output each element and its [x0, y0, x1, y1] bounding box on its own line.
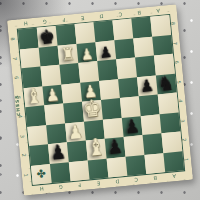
white-pawn-g5: ♟ [45, 87, 60, 105]
board-logo-icon: ✤ [36, 168, 46, 180]
square-e4: ♚ [82, 100, 103, 121]
rank-label: 1 [177, 155, 197, 164]
square-g2: ♟ [48, 142, 69, 163]
black-pawn-d7: ♟ [99, 45, 113, 61]
file-label: B [145, 173, 165, 182]
square-d7: ♟ [95, 40, 116, 61]
file-label: F [70, 180, 90, 189]
white-king-e4: ♚ [82, 96, 103, 121]
rank-label: 4 [171, 97, 191, 106]
square-c2 [124, 135, 145, 156]
square-g8: ♚ [37, 26, 58, 47]
square-b1 [144, 153, 165, 174]
square-f6 [59, 63, 80, 84]
rank-label: 1 [16, 170, 36, 179]
square-g6 [41, 65, 62, 86]
square-c8 [112, 19, 133, 40]
square-d5 [99, 79, 120, 100]
rank-label: 3 [13, 131, 33, 140]
square-b6 [135, 56, 156, 77]
rank-label: 8 [163, 19, 183, 28]
black-king-g8: ♚ [39, 27, 56, 47]
file-label: A [164, 171, 184, 180]
rank-label: 2 [175, 135, 195, 144]
square-d6 [97, 59, 118, 80]
square-d2: ♟ [105, 137, 126, 158]
square-g4 [44, 104, 65, 125]
square-c7 [114, 38, 135, 59]
black-pawn-b5: ♟ [140, 78, 155, 96]
rank-label: 7 [5, 54, 25, 63]
black-pawn-d2: ♟ [107, 137, 124, 158]
square-b8 [131, 17, 152, 38]
square-c1 [126, 154, 147, 175]
square-d4 [101, 98, 122, 119]
square-b2 [143, 133, 164, 154]
square-b5: ♟ [137, 75, 158, 96]
square-f8 [56, 24, 77, 45]
square-g1 [50, 162, 71, 183]
square-e7: ♟ [76, 42, 97, 63]
square-c5 [118, 77, 139, 98]
black-pawn-g2: ♟ [50, 143, 67, 164]
file-label: H [32, 184, 52, 193]
square-g5: ♟ [42, 84, 63, 105]
square-a5: ♞ [156, 73, 177, 94]
photo-surface: HGFEDCBA HGFEDCBA 87654321 87654321 CHES… [0, 0, 200, 200]
chessboard: HGFEDCBA HGFEDCBA 87654321 87654321 CHES… [7, 4, 193, 195]
black-pawn-c3: ♟ [124, 117, 140, 137]
square-c6 [116, 57, 137, 78]
white-rook-f7: ♜ [60, 46, 75, 64]
square-f3: ♟ [65, 121, 86, 142]
square-b3 [141, 114, 162, 135]
square-d1 [107, 156, 128, 177]
square-f1 [69, 160, 90, 181]
square-b7 [133, 36, 154, 57]
square-e2: ♝ [86, 139, 107, 160]
file-label: E [89, 179, 109, 188]
file-label: G [51, 182, 71, 191]
file-label: D [108, 177, 128, 186]
black-knight-a5: ♞ [157, 73, 175, 94]
square-f2 [67, 141, 88, 162]
square-b4 [139, 94, 160, 115]
square-e8 [75, 22, 96, 43]
white-pawn-f3: ♟ [67, 122, 83, 142]
file-label: C [126, 175, 146, 184]
square-f5 [61, 82, 82, 103]
square-d8 [94, 20, 115, 41]
rank-label: 7 [165, 38, 185, 47]
square-e6 [78, 61, 99, 82]
square-h5: ♝ [23, 86, 44, 107]
board-grid: ♚♜♟♟♝♟♟♟♞♚♟♟♟♝♟✤ [17, 14, 185, 186]
white-bishop-h5: ♝ [25, 85, 43, 107]
white-pawn-e7: ♟ [80, 46, 94, 62]
rank-label: 6 [167, 58, 187, 67]
rank-label: 3 [173, 116, 193, 125]
square-f7: ♜ [58, 43, 79, 64]
square-c3: ♟ [122, 116, 143, 137]
white-bishop-e2: ♝ [86, 135, 107, 160]
